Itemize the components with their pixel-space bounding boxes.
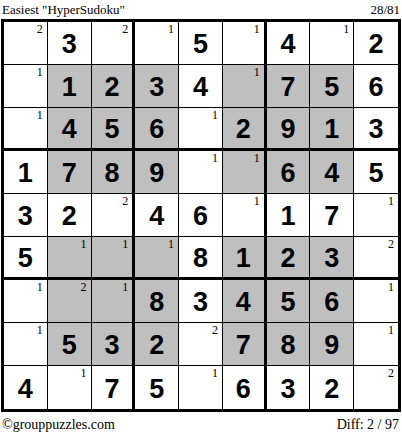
given-digit: 2 [236, 116, 251, 143]
pencil-mark: 1 [81, 367, 87, 380]
cell-r5c3[interactable]: 2 [92, 194, 136, 237]
cell-r9c7[interactable]: 3 [267, 366, 311, 409]
cell-r9c2[interactable]: 1 [48, 366, 92, 409]
cell-r1c5[interactable]: 5 [179, 22, 223, 65]
cell-r2c7[interactable]: 7 [267, 65, 311, 108]
given-digit: 4 [236, 289, 251, 316]
cell-r3c1[interactable]: 1 [4, 108, 48, 151]
cell-r5c2[interactable]: 2 [48, 194, 92, 237]
given-digit: 7 [281, 74, 296, 101]
pencil-mark: 2 [81, 281, 87, 294]
cell-r2c6[interactable]: 1 [223, 65, 267, 108]
cell-r4c4[interactable]: 9 [135, 151, 179, 194]
pencil-mark: 1 [212, 152, 218, 165]
cell-r8c7[interactable]: 8 [267, 323, 311, 366]
cell-r8c4[interactable]: 2 [135, 323, 179, 366]
cell-r8c6[interactable]: 7 [223, 323, 267, 366]
cell-r1c8[interactable]: 1 [310, 22, 354, 65]
cell-r6c8[interactable]: 3 [310, 237, 354, 280]
cell-r2c8[interactable]: 5 [310, 65, 354, 108]
cell-r5c9[interactable]: 1 [354, 194, 398, 237]
given-digit: 2 [149, 332, 164, 359]
given-digit: 5 [149, 376, 164, 403]
cell-r4c7[interactable]: 6 [267, 151, 311, 194]
cell-r3c5[interactable]: 1 [179, 108, 223, 151]
cell-r9c3[interactable]: 7 [92, 366, 136, 409]
copyright-text: ©grouppuzzles.com [2, 417, 115, 433]
cell-r3c6[interactable]: 2 [223, 108, 267, 151]
pencil-mark: 1 [168, 238, 174, 251]
cell-r2c3[interactable]: 2 [92, 65, 136, 108]
given-digit: 1 [18, 160, 33, 187]
cell-r2c1[interactable]: 1 [4, 65, 48, 108]
given-digit: 2 [324, 376, 339, 403]
puzzle-header: Easiest "HyperSudoku" 28/81 [0, 0, 402, 19]
given-digit: 5 [104, 116, 119, 143]
cell-r1c2[interactable]: 3 [48, 22, 92, 65]
pencil-mark: 2 [122, 23, 128, 36]
given-digit: 4 [62, 116, 77, 143]
cell-r5c7[interactable]: 1 [267, 194, 311, 237]
pencil-mark: 1 [81, 238, 87, 251]
pencil-mark: 1 [168, 23, 174, 36]
cell-r5c8[interactable]: 7 [310, 194, 354, 237]
given-digit: 1 [281, 203, 296, 230]
pencil-mark: 1 [37, 109, 43, 122]
cell-r7c5[interactable]: 3 [179, 280, 223, 323]
cell-r6c6[interactable]: 1 [223, 237, 267, 280]
given-digit: 7 [104, 376, 119, 403]
cell-r9c1[interactable]: 4 [4, 366, 48, 409]
given-digit: 6 [324, 289, 339, 316]
cell-r6c4[interactable]: 1 [135, 237, 179, 280]
given-digit: 1 [324, 116, 339, 143]
cell-r7c8[interactable]: 6 [310, 280, 354, 323]
given-digit: 3 [104, 332, 119, 359]
givens-counter: 28/81 [370, 2, 400, 17]
given-digit: 3 [324, 245, 339, 272]
pencil-mark: 1 [388, 281, 394, 294]
given-digit: 5 [62, 332, 77, 359]
given-digit: 9 [149, 160, 164, 187]
cell-r3c4[interactable]: 6 [135, 108, 179, 151]
cell-r2c9[interactable]: 6 [354, 65, 398, 108]
cell-r7c1[interactable]: 1 [4, 280, 48, 323]
cell-r3c8[interactable]: 1 [310, 108, 354, 151]
given-digit: 3 [281, 376, 296, 403]
pencil-mark: 2 [122, 195, 128, 208]
pencil-mark: 1 [37, 281, 43, 294]
given-digit: 2 [104, 74, 119, 101]
puzzle-page: Easiest "HyperSudoku" 28/81 232151412112… [0, 0, 402, 437]
pencil-mark: 1 [388, 195, 394, 208]
cell-r8c2[interactable]: 5 [48, 323, 92, 366]
cell-r8c5[interactable]: 2 [179, 323, 223, 366]
cell-r2c5[interactable]: 4 [179, 65, 223, 108]
puzzle-footer: ©grouppuzzles.com Diff: 2 / 97 [0, 412, 402, 433]
cell-r5c1[interactable]: 3 [4, 194, 48, 237]
cell-r4c8[interactable]: 4 [310, 151, 354, 194]
cell-r4c5[interactable]: 1 [179, 151, 223, 194]
pencil-mark: 1 [212, 367, 218, 380]
cell-r1c7[interactable]: 4 [267, 22, 311, 65]
given-digit: 1 [62, 74, 77, 101]
cell-r8c3[interactable]: 3 [92, 323, 136, 366]
cell-r7c4[interactable]: 8 [135, 280, 179, 323]
given-digit: 3 [193, 289, 208, 316]
given-digit: 8 [281, 332, 296, 359]
given-digit: 4 [18, 376, 33, 403]
pencil-mark: 1 [122, 281, 128, 294]
cell-r7c2[interactable]: 2 [48, 280, 92, 323]
pencil-mark: 1 [37, 324, 43, 337]
given-digit: 6 [369, 74, 384, 101]
given-digit: 6 [236, 376, 251, 403]
cell-r6c9[interactable]: 2 [354, 237, 398, 280]
given-digit: 5 [18, 245, 33, 272]
given-digit: 6 [281, 160, 296, 187]
cell-r9c6[interactable]: 6 [223, 366, 267, 409]
pencil-mark: 1 [254, 23, 260, 36]
given-digit: 4 [281, 31, 296, 58]
difficulty-text: Diff: 2 / 97 [337, 417, 399, 433]
given-digit: 3 [62, 31, 77, 58]
cell-r7c3[interactable]: 1 [92, 280, 136, 323]
given-digit: 6 [149, 116, 164, 143]
cell-r3c3[interactable]: 5 [92, 108, 136, 151]
given-digit: 7 [236, 332, 251, 359]
given-digit: 5 [324, 74, 339, 101]
cell-r5c4[interactable]: 4 [135, 194, 179, 237]
cell-r4c6[interactable]: 1 [223, 151, 267, 194]
given-digit: 3 [18, 203, 33, 230]
pencil-mark: 2 [388, 238, 394, 251]
pencil-mark: 1 [122, 238, 128, 251]
cell-r6c3[interactable]: 1 [92, 237, 136, 280]
cell-r6c1[interactable]: 5 [4, 237, 48, 280]
cell-r8c9[interactable]: 1 [354, 323, 398, 366]
puzzle-title: Easiest "HyperSudoku" [2, 2, 125, 17]
pencil-mark: 2 [388, 367, 394, 380]
given-digit: 7 [62, 160, 77, 187]
given-digit: 6 [193, 203, 208, 230]
given-digit: 2 [281, 245, 296, 272]
pencil-mark: 2 [212, 324, 218, 337]
given-digit: 5 [369, 160, 384, 187]
given-digit: 4 [324, 160, 339, 187]
cell-r9c9[interactable]: 2 [354, 366, 398, 409]
cell-r1c9[interactable]: 2 [354, 22, 398, 65]
cell-r7c6[interactable]: 4 [223, 280, 267, 323]
sudoku-board: 2321514121123417561456129131789116453224… [1, 19, 401, 412]
cell-r6c5[interactable]: 8 [179, 237, 223, 280]
given-digit: 2 [369, 31, 384, 58]
given-digit: 3 [149, 74, 164, 101]
pencil-mark: 1 [212, 109, 218, 122]
pencil-mark: 1 [388, 324, 394, 337]
cell-r8c8[interactable]: 9 [310, 323, 354, 366]
cell-r7c9[interactable]: 1 [354, 280, 398, 323]
pencil-mark: 1 [343, 23, 349, 36]
cell-r1c3[interactable]: 2 [92, 22, 136, 65]
given-digit: 8 [193, 245, 208, 272]
given-digit: 9 [324, 332, 339, 359]
pencil-mark: 1 [254, 195, 260, 208]
cell-r9c5[interactable]: 1 [179, 366, 223, 409]
given-digit: 9 [281, 116, 296, 143]
cell-r5c5[interactable]: 6 [179, 194, 223, 237]
given-digit: 3 [369, 116, 384, 143]
given-digit: 7 [324, 203, 339, 230]
cell-r3c2[interactable]: 4 [48, 108, 92, 151]
given-digit: 8 [149, 289, 164, 316]
pencil-mark: 1 [254, 66, 260, 79]
cell-r6c2[interactable]: 1 [48, 237, 92, 280]
cell-r4c9[interactable]: 5 [354, 151, 398, 194]
cell-r9c4[interactable]: 5 [135, 366, 179, 409]
pencil-mark: 1 [37, 66, 43, 79]
cell-r2c4[interactable]: 3 [135, 65, 179, 108]
cell-r2c2[interactable]: 1 [48, 65, 92, 108]
cell-r3c7[interactable]: 9 [267, 108, 311, 151]
cell-r1c1[interactable]: 2 [4, 22, 48, 65]
cell-r8c1[interactable]: 1 [4, 323, 48, 366]
given-digit: 2 [62, 203, 77, 230]
given-digit: 1 [236, 245, 251, 272]
given-digit: 4 [149, 203, 164, 230]
pencil-mark: 1 [254, 152, 260, 165]
pencil-mark: 2 [37, 23, 43, 36]
given-digit: 4 [193, 74, 208, 101]
given-digit: 5 [281, 289, 296, 316]
cell-r7c7[interactable]: 5 [267, 280, 311, 323]
cell-r6c7[interactable]: 2 [267, 237, 311, 280]
cell-r4c2[interactable]: 7 [48, 151, 92, 194]
cell-r5c6[interactable]: 1 [223, 194, 267, 237]
cell-r1c4[interactable]: 1 [135, 22, 179, 65]
cell-r4c1[interactable]: 1 [4, 151, 48, 194]
given-digit: 5 [193, 31, 208, 58]
cell-r9c8[interactable]: 2 [310, 366, 354, 409]
cell-r4c3[interactable]: 8 [92, 151, 136, 194]
cell-r3c9[interactable]: 3 [354, 108, 398, 151]
given-digit: 8 [104, 160, 119, 187]
cell-r1c6[interactable]: 1 [223, 22, 267, 65]
